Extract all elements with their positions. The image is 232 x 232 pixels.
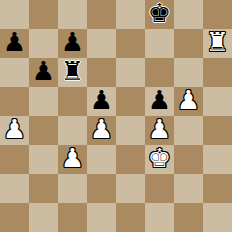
square-g1[interactable] bbox=[174, 203, 203, 232]
square-d5[interactable]: ♟ bbox=[87, 87, 116, 116]
black-pawn-a7[interactable]: ♟ bbox=[3, 29, 26, 57]
square-c5[interactable] bbox=[58, 87, 87, 116]
square-d6[interactable] bbox=[87, 58, 116, 87]
square-c2[interactable] bbox=[58, 174, 87, 203]
square-d8[interactable] bbox=[87, 0, 116, 29]
square-e8[interactable] bbox=[116, 0, 145, 29]
square-b2[interactable] bbox=[29, 174, 58, 203]
square-h1[interactable] bbox=[203, 203, 232, 232]
square-e7[interactable] bbox=[116, 29, 145, 58]
square-d1[interactable] bbox=[87, 203, 116, 232]
square-e3[interactable] bbox=[116, 145, 145, 174]
square-d3[interactable] bbox=[87, 145, 116, 174]
white-king-f3[interactable]: ♚ bbox=[148, 145, 171, 173]
black-king-f8[interactable]: ♚ bbox=[148, 0, 171, 28]
square-g6[interactable] bbox=[174, 58, 203, 87]
square-g4[interactable] bbox=[174, 116, 203, 145]
square-a2[interactable] bbox=[0, 174, 29, 203]
square-f2[interactable] bbox=[145, 174, 174, 203]
square-h5[interactable] bbox=[203, 87, 232, 116]
square-f6[interactable] bbox=[145, 58, 174, 87]
square-a1[interactable] bbox=[0, 203, 29, 232]
black-pawn-b6[interactable]: ♟ bbox=[32, 58, 55, 86]
square-g5[interactable]: ♟ bbox=[174, 87, 203, 116]
square-e2[interactable] bbox=[116, 174, 145, 203]
square-c8[interactable] bbox=[58, 0, 87, 29]
square-b1[interactable] bbox=[29, 203, 58, 232]
square-e5[interactable] bbox=[116, 87, 145, 116]
square-b7[interactable] bbox=[29, 29, 58, 58]
square-g8[interactable] bbox=[174, 0, 203, 29]
square-f7[interactable] bbox=[145, 29, 174, 58]
square-a8[interactable] bbox=[0, 0, 29, 29]
square-b4[interactable] bbox=[29, 116, 58, 145]
square-h3[interactable] bbox=[203, 145, 232, 174]
square-a6[interactable] bbox=[0, 58, 29, 87]
white-pawn-g5[interactable]: ♟ bbox=[177, 87, 200, 115]
square-f5[interactable]: ♟ bbox=[145, 87, 174, 116]
square-g7[interactable] bbox=[174, 29, 203, 58]
square-b6[interactable]: ♟ bbox=[29, 58, 58, 87]
square-b3[interactable] bbox=[29, 145, 58, 174]
square-f8[interactable]: ♚ bbox=[145, 0, 174, 29]
square-d7[interactable] bbox=[87, 29, 116, 58]
black-pawn-f5[interactable]: ♟ bbox=[148, 87, 171, 115]
square-e4[interactable] bbox=[116, 116, 145, 145]
white-rook-h7[interactable]: ♜ bbox=[206, 29, 229, 57]
square-c7[interactable]: ♟ bbox=[58, 29, 87, 58]
chess-board: ♚♟♟♜♟♜♟♟♟♟♟♟♟♚ bbox=[0, 0, 232, 232]
square-a5[interactable] bbox=[0, 87, 29, 116]
square-h7[interactable]: ♜ bbox=[203, 29, 232, 58]
square-e6[interactable] bbox=[116, 58, 145, 87]
black-rook-c6[interactable]: ♜ bbox=[61, 58, 84, 86]
black-pawn-d5[interactable]: ♟ bbox=[90, 87, 113, 115]
square-a3[interactable] bbox=[0, 145, 29, 174]
square-g2[interactable] bbox=[174, 174, 203, 203]
square-h6[interactable] bbox=[203, 58, 232, 87]
square-b8[interactable] bbox=[29, 0, 58, 29]
white-pawn-c3[interactable]: ♟ bbox=[61, 145, 84, 173]
square-b5[interactable] bbox=[29, 87, 58, 116]
square-c4[interactable] bbox=[58, 116, 87, 145]
square-h2[interactable] bbox=[203, 174, 232, 203]
white-pawn-f4[interactable]: ♟ bbox=[148, 116, 171, 144]
square-c1[interactable] bbox=[58, 203, 87, 232]
square-a4[interactable]: ♟ bbox=[0, 116, 29, 145]
square-d2[interactable] bbox=[87, 174, 116, 203]
square-f1[interactable] bbox=[145, 203, 174, 232]
white-pawn-a4[interactable]: ♟ bbox=[3, 116, 26, 144]
white-pawn-d4[interactable]: ♟ bbox=[90, 116, 113, 144]
square-f3[interactable]: ♚ bbox=[145, 145, 174, 174]
square-a7[interactable]: ♟ bbox=[0, 29, 29, 58]
square-g3[interactable] bbox=[174, 145, 203, 174]
square-h8[interactable] bbox=[203, 0, 232, 29]
square-c3[interactable]: ♟ bbox=[58, 145, 87, 174]
square-f4[interactable]: ♟ bbox=[145, 116, 174, 145]
square-e1[interactable] bbox=[116, 203, 145, 232]
square-h4[interactable] bbox=[203, 116, 232, 145]
square-c6[interactable]: ♜ bbox=[58, 58, 87, 87]
black-pawn-c7[interactable]: ♟ bbox=[61, 29, 84, 57]
square-d4[interactable]: ♟ bbox=[87, 116, 116, 145]
